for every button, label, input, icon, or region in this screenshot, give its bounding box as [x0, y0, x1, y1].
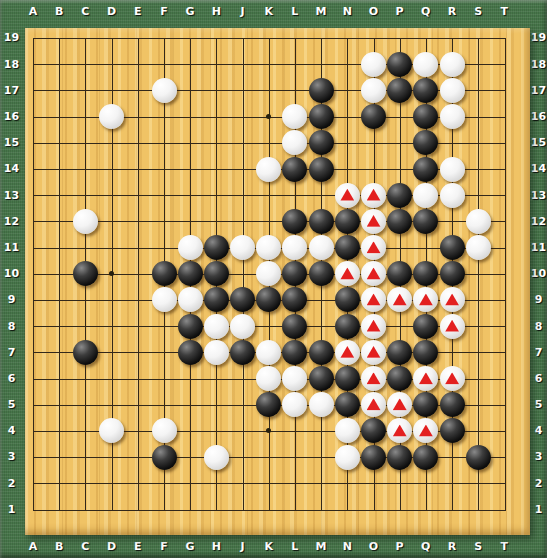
stone-white-F4 — [152, 418, 177, 443]
triangle-mark-O5 — [367, 398, 381, 410]
stone-black-P10 — [387, 261, 412, 286]
stone-white-F9 — [152, 287, 177, 312]
triangle-mark-O12 — [367, 215, 381, 227]
coord-label-11: 11 — [4, 242, 19, 253]
stone-black-H11 — [204, 235, 229, 260]
stone-white-D16 — [99, 104, 124, 129]
triangle-mark-P9 — [393, 294, 407, 306]
stone-white-M5 — [309, 392, 334, 417]
stone-white-O17 — [361, 78, 386, 103]
stone-black-N6 — [335, 366, 360, 391]
coord-label-O: O — [369, 6, 378, 17]
coord-label-A: A — [29, 6, 38, 17]
stone-black-K9 — [256, 287, 281, 312]
stone-black-Q12 — [413, 209, 438, 234]
stone-white-F17 — [152, 78, 177, 103]
stone-black-P7 — [387, 340, 412, 365]
stone-white-O9 — [361, 287, 386, 312]
stone-white-N10 — [335, 261, 360, 286]
stone-black-C7 — [73, 340, 98, 365]
triangle-mark-Q9 — [419, 294, 433, 306]
coord-label-19: 19 — [4, 32, 19, 43]
coord-label-C: C — [81, 541, 89, 552]
stone-white-Q9 — [413, 287, 438, 312]
coord-label-5: 5 — [535, 399, 543, 410]
coord-label-F: F — [160, 6, 168, 17]
coord-label-N: N — [343, 6, 352, 17]
coord-label-2: 2 — [8, 478, 16, 489]
triangle-mark-N7 — [340, 346, 354, 358]
stone-black-Q14 — [413, 157, 438, 182]
coord-label-T: T — [501, 541, 509, 552]
stone-black-M14 — [309, 157, 334, 182]
coord-label-6: 6 — [8, 373, 16, 384]
coord-label-S: S — [474, 6, 482, 17]
stone-white-D4 — [99, 418, 124, 443]
stone-white-P9 — [387, 287, 412, 312]
stone-white-P5 — [387, 392, 412, 417]
stone-black-P17 — [387, 78, 412, 103]
stones-grid — [20, 25, 518, 523]
stone-black-M17 — [309, 78, 334, 103]
coord-label-E: E — [134, 6, 142, 17]
coord-label-16: 16 — [4, 111, 19, 122]
stone-black-Q5 — [413, 392, 438, 417]
stone-white-Q4 — [413, 418, 438, 443]
stone-black-M15 — [309, 130, 334, 155]
coord-label-14: 14 — [531, 163, 546, 174]
stone-black-L10 — [282, 261, 307, 286]
triangle-mark-O7 — [367, 346, 381, 358]
coord-label-B: B — [55, 6, 63, 17]
stone-black-R5 — [440, 392, 465, 417]
stone-white-N13 — [335, 183, 360, 208]
stone-white-K7 — [256, 340, 281, 365]
row-labels-right: 19181716151413121110987654321 — [530, 25, 547, 523]
stone-white-C12 — [73, 209, 98, 234]
stone-black-G8 — [178, 314, 203, 339]
coord-label-19: 19 — [531, 32, 546, 43]
coord-label-17: 17 — [4, 85, 19, 96]
stone-white-N7 — [335, 340, 360, 365]
coord-label-N: N — [343, 541, 352, 552]
stone-white-O11 — [361, 235, 386, 260]
coord-label-M: M — [316, 541, 327, 552]
coord-label-12: 12 — [531, 216, 546, 227]
star-point-K4 — [266, 428, 271, 433]
stone-black-P3 — [387, 445, 412, 470]
coord-label-15: 15 — [4, 137, 19, 148]
stone-black-R11 — [440, 235, 465, 260]
stone-white-S11 — [466, 235, 491, 260]
stone-white-R6 — [440, 366, 465, 391]
stone-black-Q10 — [413, 261, 438, 286]
coord-label-15: 15 — [531, 137, 546, 148]
triangle-mark-R9 — [445, 294, 459, 306]
coord-label-P: P — [396, 6, 404, 17]
coord-label-14: 14 — [4, 163, 19, 174]
stone-black-P12 — [387, 209, 412, 234]
stone-black-O4 — [361, 418, 386, 443]
stone-black-M12 — [309, 209, 334, 234]
coord-label-B: B — [55, 541, 63, 552]
stone-black-N12 — [335, 209, 360, 234]
stone-white-K10 — [256, 261, 281, 286]
stone-black-H10 — [204, 261, 229, 286]
stone-white-H3 — [204, 445, 229, 470]
triangle-mark-R6 — [445, 372, 459, 384]
stone-black-K5 — [256, 392, 281, 417]
stone-white-O18 — [361, 52, 386, 77]
triangle-mark-O11 — [367, 241, 381, 253]
stone-white-L15 — [282, 130, 307, 155]
stone-black-L14 — [282, 157, 307, 182]
stone-white-R16 — [440, 104, 465, 129]
stone-white-Q6 — [413, 366, 438, 391]
coord-label-H: H — [212, 541, 221, 552]
stone-black-L8 — [282, 314, 307, 339]
stone-white-O7 — [361, 340, 386, 365]
stone-black-N5 — [335, 392, 360, 417]
coord-label-2: 2 — [535, 478, 543, 489]
go-board[interactable] — [25, 28, 530, 535]
stone-white-H7 — [204, 340, 229, 365]
stone-black-Q17 — [413, 78, 438, 103]
coord-label-R: R — [448, 6, 456, 17]
stone-black-N9 — [335, 287, 360, 312]
coord-label-17: 17 — [531, 85, 546, 96]
triangle-mark-Q6 — [419, 372, 433, 384]
coord-label-F: F — [160, 541, 168, 552]
column-labels-top: ABCDEFGHJKLMNOPQRST — [20, 6, 518, 17]
stone-black-Q16 — [413, 104, 438, 129]
triangle-mark-P4 — [393, 425, 407, 437]
stone-white-G11 — [178, 235, 203, 260]
stone-black-H9 — [204, 287, 229, 312]
coord-label-6: 6 — [535, 373, 543, 384]
stone-black-Q8 — [413, 314, 438, 339]
stone-black-J7 — [230, 340, 255, 365]
coord-label-T: T — [501, 6, 509, 17]
stone-white-N3 — [335, 445, 360, 470]
stone-black-F3 — [152, 445, 177, 470]
coord-label-5: 5 — [8, 399, 16, 410]
coord-label-10: 10 — [531, 268, 546, 279]
stone-black-O16 — [361, 104, 386, 129]
coord-label-A: A — [29, 541, 38, 552]
stone-white-R8 — [440, 314, 465, 339]
go-game-screenshot: ABCDEFGHJKLMNOPQRST ABCDEFGHJKLMNOPQRST … — [0, 0, 547, 558]
coord-label-S: S — [474, 541, 482, 552]
coord-label-P: P — [396, 541, 404, 552]
stone-white-O13 — [361, 183, 386, 208]
stone-white-Q13 — [413, 183, 438, 208]
coord-label-9: 9 — [535, 294, 543, 305]
coord-label-J: J — [240, 541, 244, 552]
coord-label-8: 8 — [8, 321, 16, 332]
stone-white-L6 — [282, 366, 307, 391]
coord-label-G: G — [186, 541, 195, 552]
coord-label-Q: Q — [421, 541, 430, 552]
stone-white-P4 — [387, 418, 412, 443]
row-labels-left: 19181716151413121110987654321 — [1, 25, 22, 523]
stone-black-P6 — [387, 366, 412, 391]
coord-label-4: 4 — [8, 425, 16, 436]
coord-label-M: M — [316, 6, 327, 17]
stone-white-M11 — [309, 235, 334, 260]
stone-white-R9 — [440, 287, 465, 312]
stone-black-G10 — [178, 261, 203, 286]
coord-label-1: 1 — [8, 504, 16, 515]
triangle-mark-P5 — [393, 398, 407, 410]
stone-white-L5 — [282, 392, 307, 417]
coord-label-7: 7 — [8, 347, 16, 358]
stone-black-Q7 — [413, 340, 438, 365]
stone-white-R18 — [440, 52, 465, 77]
stone-black-R10 — [440, 261, 465, 286]
triangle-mark-O8 — [367, 320, 381, 332]
stone-white-K11 — [256, 235, 281, 260]
stone-white-N4 — [335, 418, 360, 443]
triangle-mark-O10 — [367, 267, 381, 279]
stone-white-K14 — [256, 157, 281, 182]
coord-label-12: 12 — [4, 216, 19, 227]
stone-white-O10 — [361, 261, 386, 286]
coord-label-E: E — [134, 541, 142, 552]
stone-white-O12 — [361, 209, 386, 234]
stone-black-P18 — [387, 52, 412, 77]
stone-black-M7 — [309, 340, 334, 365]
stone-black-G7 — [178, 340, 203, 365]
stone-black-J9 — [230, 287, 255, 312]
coord-label-J: J — [240, 6, 244, 17]
stone-white-R17 — [440, 78, 465, 103]
stone-black-L7 — [282, 340, 307, 365]
stone-black-L9 — [282, 287, 307, 312]
stone-white-O6 — [361, 366, 386, 391]
stone-white-O8 — [361, 314, 386, 339]
coord-label-13: 13 — [4, 190, 19, 201]
stone-black-M6 — [309, 366, 334, 391]
coord-label-K: K — [264, 541, 273, 552]
coord-label-D: D — [107, 541, 116, 552]
coord-label-18: 18 — [4, 59, 19, 70]
stone-white-R14 — [440, 157, 465, 182]
triangle-mark-N10 — [340, 267, 354, 279]
triangle-mark-O9 — [367, 294, 381, 306]
stone-black-N8 — [335, 314, 360, 339]
triangle-mark-R8 — [445, 320, 459, 332]
stone-white-O5 — [361, 392, 386, 417]
stone-black-O3 — [361, 445, 386, 470]
coord-label-13: 13 — [531, 190, 546, 201]
stone-white-L11 — [282, 235, 307, 260]
stone-white-J8 — [230, 314, 255, 339]
coord-label-3: 3 — [535, 451, 543, 462]
stone-black-M10 — [309, 261, 334, 286]
stone-black-Q15 — [413, 130, 438, 155]
stone-black-F10 — [152, 261, 177, 286]
star-point-D10 — [109, 271, 114, 276]
triangle-mark-O6 — [367, 372, 381, 384]
coord-label-L: L — [291, 6, 298, 17]
coord-label-L: L — [291, 541, 298, 552]
triangle-mark-O13 — [367, 189, 381, 201]
triangle-mark-Q4 — [419, 425, 433, 437]
coord-label-3: 3 — [8, 451, 16, 462]
column-labels-bottom: ABCDEFGHJKLMNOPQRST — [20, 541, 518, 552]
coord-label-9: 9 — [8, 294, 16, 305]
stone-white-R13 — [440, 183, 465, 208]
stone-white-H8 — [204, 314, 229, 339]
stone-white-J11 — [230, 235, 255, 260]
coord-label-4: 4 — [535, 425, 543, 436]
stone-black-S3 — [466, 445, 491, 470]
stone-black-Q3 — [413, 445, 438, 470]
coord-label-R: R — [448, 541, 456, 552]
stone-black-M16 — [309, 104, 334, 129]
stone-white-S12 — [466, 209, 491, 234]
coord-label-10: 10 — [4, 268, 19, 279]
stone-white-L16 — [282, 104, 307, 129]
stone-black-L12 — [282, 209, 307, 234]
triangle-mark-N13 — [340, 189, 354, 201]
stone-black-R4 — [440, 418, 465, 443]
coord-label-18: 18 — [531, 59, 546, 70]
coord-label-H: H — [212, 6, 221, 17]
star-point-K16 — [266, 114, 271, 119]
coord-label-16: 16 — [531, 111, 546, 122]
stone-black-N11 — [335, 235, 360, 260]
coord-label-8: 8 — [535, 321, 543, 332]
coord-label-11: 11 — [531, 242, 546, 253]
stone-white-Q18 — [413, 52, 438, 77]
coord-label-O: O — [369, 541, 378, 552]
coord-label-1: 1 — [535, 504, 543, 515]
coord-label-D: D — [107, 6, 116, 17]
stone-white-K6 — [256, 366, 281, 391]
stone-black-C10 — [73, 261, 98, 286]
coord-label-K: K — [264, 6, 273, 17]
coord-label-Q: Q — [421, 6, 430, 17]
coord-label-7: 7 — [535, 347, 543, 358]
coord-label-C: C — [81, 6, 89, 17]
stone-black-P13 — [387, 183, 412, 208]
coord-label-G: G — [186, 6, 195, 17]
stone-white-G9 — [178, 287, 203, 312]
